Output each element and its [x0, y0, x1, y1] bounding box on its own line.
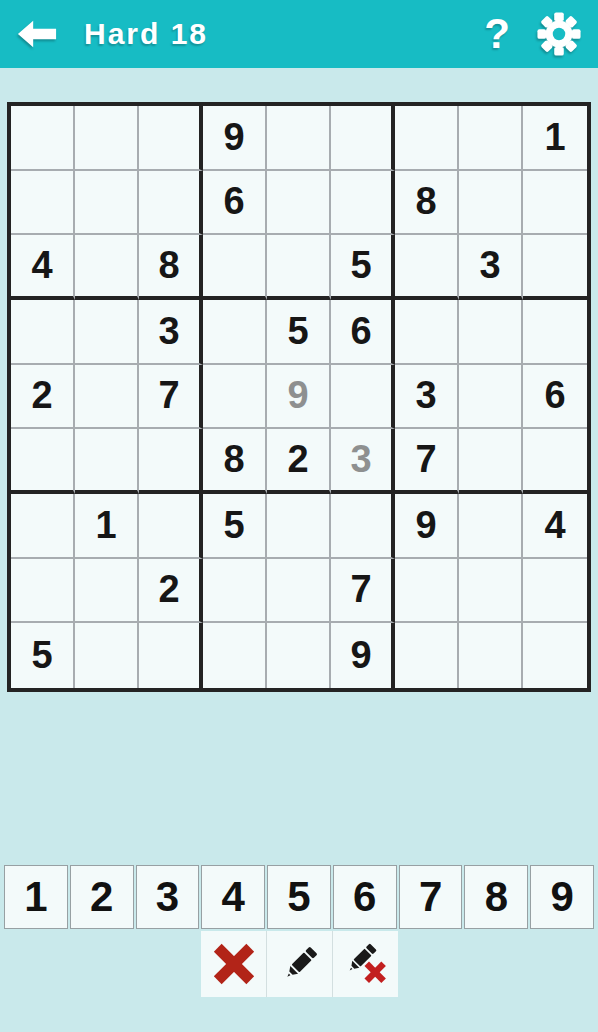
gear-icon — [536, 11, 582, 57]
pencil-icon — [278, 942, 322, 986]
cell-r7c6[interactable] — [331, 494, 395, 559]
cell-r7c1[interactable] — [11, 494, 75, 559]
cell-r4c3[interactable]: 3 — [139, 300, 203, 365]
key-8[interactable]: 8 — [464, 865, 528, 929]
app-header: Hard 18 ? — [0, 0, 598, 68]
cell-r8c8[interactable] — [459, 559, 523, 624]
cell-r8c7[interactable] — [395, 559, 459, 624]
cell-r8c6[interactable]: 7 — [331, 559, 395, 624]
cell-r5c3[interactable]: 7 — [139, 365, 203, 430]
cell-r6c3[interactable] — [139, 429, 203, 494]
cell-r5c5[interactable]: 9 — [267, 365, 331, 430]
cell-r9c5[interactable] — [267, 623, 331, 688]
pencil-x-icon — [344, 942, 388, 986]
cell-r3c4[interactable] — [203, 235, 267, 300]
cell-r7c9[interactable]: 4 — [523, 494, 587, 559]
cell-r3c2[interactable] — [75, 235, 139, 300]
cell-r8c9[interactable] — [523, 559, 587, 624]
cell-r5c4[interactable] — [203, 365, 267, 430]
cell-r4c6[interactable]: 6 — [331, 300, 395, 365]
key-1[interactable]: 1 — [4, 865, 68, 929]
cell-r3c1[interactable]: 4 — [11, 235, 75, 300]
cell-r9c4[interactable] — [203, 623, 267, 688]
cell-r8c1[interactable] — [11, 559, 75, 624]
cell-r5c7[interactable]: 3 — [395, 365, 459, 430]
cell-r1c2[interactable] — [75, 106, 139, 171]
cell-r4c7[interactable] — [395, 300, 459, 365]
cell-r1c8[interactable] — [459, 106, 523, 171]
cell-r9c1[interactable]: 5 — [11, 623, 75, 688]
cell-r7c8[interactable] — [459, 494, 523, 559]
cell-r4c5[interactable]: 5 — [267, 300, 331, 365]
cell-r6c9[interactable] — [523, 429, 587, 494]
cell-r9c8[interactable] — [459, 623, 523, 688]
back-arrow-icon — [16, 17, 58, 51]
cell-r3c3[interactable]: 8 — [139, 235, 203, 300]
cell-r3c9[interactable] — [523, 235, 587, 300]
settings-button[interactable] — [536, 11, 582, 57]
back-button[interactable] — [16, 17, 58, 51]
cell-r2c3[interactable] — [139, 171, 203, 236]
cell-r9c6[interactable]: 9 — [331, 623, 395, 688]
cell-r8c3[interactable]: 2 — [139, 559, 203, 624]
cell-r5c9[interactable]: 6 — [523, 365, 587, 430]
cell-r7c2[interactable]: 1 — [75, 494, 139, 559]
cell-r6c7[interactable]: 7 — [395, 429, 459, 494]
cell-r5c6[interactable] — [331, 365, 395, 430]
cell-r6c2[interactable] — [75, 429, 139, 494]
page-title: Hard 18 — [84, 17, 208, 51]
cell-r1c6[interactable] — [331, 106, 395, 171]
cell-r2c2[interactable] — [75, 171, 139, 236]
toolbar — [201, 931, 398, 997]
cell-r4c9[interactable] — [523, 300, 587, 365]
key-7[interactable]: 7 — [399, 865, 463, 929]
erase-button[interactable] — [201, 931, 266, 997]
cell-r2c4[interactable]: 6 — [203, 171, 267, 236]
cell-r3c5[interactable] — [267, 235, 331, 300]
cell-r8c5[interactable] — [267, 559, 331, 624]
number-pad: 123456789 — [4, 865, 594, 929]
cell-r5c2[interactable] — [75, 365, 139, 430]
cell-r9c7[interactable] — [395, 623, 459, 688]
cell-r6c5[interactable]: 2 — [267, 429, 331, 494]
pencil-button[interactable] — [266, 931, 332, 997]
cell-r5c1[interactable]: 2 — [11, 365, 75, 430]
cell-r1c7[interactable] — [395, 106, 459, 171]
cell-r4c1[interactable] — [11, 300, 75, 365]
cell-r2c9[interactable] — [523, 171, 587, 236]
cell-r9c3[interactable] — [139, 623, 203, 688]
cell-r2c6[interactable] — [331, 171, 395, 236]
key-6[interactable]: 6 — [333, 865, 397, 929]
sudoku-board: 9168485335627936823715942759 — [7, 102, 591, 692]
cell-r9c9[interactable] — [523, 623, 587, 688]
cell-r4c2[interactable] — [75, 300, 139, 365]
cell-r9c2[interactable] — [75, 623, 139, 688]
cell-r6c6[interactable]: 3 — [331, 429, 395, 494]
cell-r6c1[interactable] — [11, 429, 75, 494]
cell-r7c3[interactable] — [139, 494, 203, 559]
key-4[interactable]: 4 — [201, 865, 265, 929]
cell-r8c2[interactable] — [75, 559, 139, 624]
cell-r3c8[interactable]: 3 — [459, 235, 523, 300]
cell-r2c1[interactable] — [11, 171, 75, 236]
cell-r2c5[interactable] — [267, 171, 331, 236]
cell-r4c8[interactable] — [459, 300, 523, 365]
key-3[interactable]: 3 — [136, 865, 200, 929]
red-x-icon — [210, 940, 258, 988]
erase-notes-button[interactable] — [332, 931, 398, 997]
cell-r1c5[interactable] — [267, 106, 331, 171]
cell-r5c8[interactable] — [459, 365, 523, 430]
help-button[interactable]: ? — [484, 13, 510, 55]
cell-r6c8[interactable] — [459, 429, 523, 494]
key-9[interactable]: 9 — [530, 865, 594, 929]
cell-r1c9[interactable]: 1 — [523, 106, 587, 171]
key-5[interactable]: 5 — [267, 865, 331, 929]
cell-r8c4[interactable] — [203, 559, 267, 624]
cell-r6c4[interactable]: 8 — [203, 429, 267, 494]
key-2[interactable]: 2 — [70, 865, 134, 929]
cell-r7c7[interactable]: 9 — [395, 494, 459, 559]
cell-r3c7[interactable] — [395, 235, 459, 300]
cell-r7c5[interactable] — [267, 494, 331, 559]
cell-r1c1[interactable] — [11, 106, 75, 171]
cell-r2c8[interactable] — [459, 171, 523, 236]
question-mark-icon: ? — [484, 13, 510, 55]
cell-r3c6[interactable]: 5 — [331, 235, 395, 300]
cell-r4c4[interactable] — [203, 300, 267, 365]
cell-r1c4[interactable]: 9 — [203, 106, 267, 171]
cell-r2c7[interactable]: 8 — [395, 171, 459, 236]
cell-r1c3[interactable] — [139, 106, 203, 171]
cell-r7c4[interactable]: 5 — [203, 494, 267, 559]
